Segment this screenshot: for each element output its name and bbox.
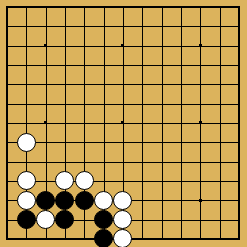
intersection-K12[interactable]: [171, 17, 190, 36]
intersection-M13[interactable]: [210, 0, 229, 17]
intersection-F4[interactable]: [94, 171, 113, 190]
intersection-L11[interactable]: [191, 36, 210, 55]
white-stone: [36, 210, 55, 229]
intersection-E3[interactable]: [75, 191, 94, 210]
star-point: [44, 44, 47, 47]
intersection-D12[interactable]: [55, 17, 74, 36]
intersection-J9[interactable]: [152, 75, 171, 94]
intersection-D8[interactable]: [55, 94, 74, 113]
intersection-A11[interactable]: [0, 36, 17, 55]
intersection-M4[interactable]: [210, 171, 229, 190]
intersection-G9[interactable]: [113, 75, 132, 94]
white-stone: [94, 191, 113, 210]
intersection-K13[interactable]: [171, 0, 190, 17]
intersection-E2[interactable]: [75, 210, 94, 229]
intersection-D13[interactable]: [55, 0, 74, 17]
intersection-L7[interactable]: [191, 113, 210, 132]
intersection-L6[interactable]: [191, 133, 210, 152]
intersection-L3[interactable]: [191, 191, 210, 210]
intersection-J6[interactable]: [152, 133, 171, 152]
intersection-B6[interactable]: [17, 133, 36, 152]
intersection-H11[interactable]: [133, 36, 152, 55]
intersection-B10[interactable]: [17, 55, 36, 74]
intersection-C5[interactable]: [36, 152, 55, 171]
intersection-H9[interactable]: [133, 75, 152, 94]
intersection-J12[interactable]: [152, 17, 171, 36]
black-stone: [17, 210, 36, 229]
intersection-N11[interactable]: [229, 36, 247, 55]
intersection-G4[interactable]: [113, 171, 132, 190]
intersection-E13[interactable]: [75, 0, 94, 17]
intersection-N6[interactable]: [229, 133, 247, 152]
intersection-K4[interactable]: [171, 171, 190, 190]
intersection-F13[interactable]: [94, 0, 113, 17]
intersection-H12[interactable]: [133, 17, 152, 36]
black-stone: [55, 191, 74, 210]
intersection-N9[interactable]: [229, 75, 247, 94]
intersection-A13[interactable]: [0, 0, 17, 17]
intersection-G10[interactable]: [113, 55, 132, 74]
intersection-A7[interactable]: [0, 113, 17, 132]
intersection-M6[interactable]: [210, 133, 229, 152]
intersection-L12[interactable]: [191, 17, 210, 36]
intersection-B7[interactable]: [17, 113, 36, 132]
intersection-M3[interactable]: [210, 191, 229, 210]
intersection-G13[interactable]: [113, 0, 132, 17]
intersection-D9[interactable]: [55, 75, 74, 94]
intersection-F12[interactable]: [94, 17, 113, 36]
intersection-L1[interactable]: [191, 229, 210, 247]
intersection-B11[interactable]: [17, 36, 36, 55]
intersection-G1[interactable]: [113, 229, 132, 247]
intersection-K1[interactable]: [171, 229, 190, 247]
intersection-H4[interactable]: [133, 171, 152, 190]
intersection-A6[interactable]: [0, 133, 17, 152]
intersection-B2[interactable]: [17, 210, 36, 229]
intersection-M11[interactable]: [210, 36, 229, 55]
intersection-L4[interactable]: [191, 171, 210, 190]
intersection-H8[interactable]: [133, 94, 152, 113]
intersection-H6[interactable]: [133, 133, 152, 152]
intersection-A9[interactable]: [0, 75, 17, 94]
intersection-N5[interactable]: [229, 152, 247, 171]
intersection-L9[interactable]: [191, 75, 210, 94]
intersection-B9[interactable]: [17, 75, 36, 94]
intersection-F5[interactable]: [94, 152, 113, 171]
intersection-E5[interactable]: [75, 152, 94, 171]
intersection-L13[interactable]: [191, 0, 210, 17]
intersection-L2[interactable]: [191, 210, 210, 229]
white-stone: [17, 191, 36, 210]
intersection-J11[interactable]: [152, 36, 171, 55]
intersection-H13[interactable]: [133, 0, 152, 17]
intersection-N1[interactable]: [229, 229, 247, 247]
go-board-diagram: [0, 0, 247, 247]
white-stone: [17, 171, 36, 190]
intersection-M10[interactable]: [210, 55, 229, 74]
intersection-C7[interactable]: [36, 113, 55, 132]
intersection-M9[interactable]: [210, 75, 229, 94]
intersection-D10[interactable]: [55, 55, 74, 74]
intersection-C13[interactable]: [36, 0, 55, 17]
white-stone: [55, 171, 74, 190]
intersection-N7[interactable]: [229, 113, 247, 132]
intersection-H2[interactable]: [133, 210, 152, 229]
intersection-C11[interactable]: [36, 36, 55, 55]
intersection-M5[interactable]: [210, 152, 229, 171]
intersection-G8[interactable]: [113, 94, 132, 113]
intersection-E6[interactable]: [75, 133, 94, 152]
intersection-C2[interactable]: [36, 210, 55, 229]
intersection-G6[interactable]: [113, 133, 132, 152]
intersection-F7[interactable]: [94, 113, 113, 132]
intersection-A10[interactable]: [0, 55, 17, 74]
intersection-F3[interactable]: [94, 191, 113, 210]
intersection-E4[interactable]: [75, 171, 94, 190]
black-stone: [55, 210, 74, 229]
intersection-F10[interactable]: [94, 55, 113, 74]
intersection-C12[interactable]: [36, 17, 55, 36]
intersection-K6[interactable]: [171, 133, 190, 152]
intersection-K5[interactable]: [171, 152, 190, 171]
intersection-M12[interactable]: [210, 17, 229, 36]
intersection-F1[interactable]: [94, 229, 113, 247]
intersection-D11[interactable]: [55, 36, 74, 55]
intersection-C3[interactable]: [36, 191, 55, 210]
intersection-M7[interactable]: [210, 113, 229, 132]
intersection-E10[interactable]: [75, 55, 94, 74]
intersection-A12[interactable]: [0, 17, 17, 36]
white-stone: [113, 210, 132, 229]
intersection-J7[interactable]: [152, 113, 171, 132]
intersection-K11[interactable]: [171, 36, 190, 55]
intersection-K7[interactable]: [171, 113, 190, 132]
intersection-A4[interactable]: [0, 171, 17, 190]
intersection-N13[interactable]: [229, 0, 247, 17]
intersection-K8[interactable]: [171, 94, 190, 113]
intersection-D5[interactable]: [55, 152, 74, 171]
intersection-L8[interactable]: [191, 94, 210, 113]
intersection-J13[interactable]: [152, 0, 171, 17]
intersection-J5[interactable]: [152, 152, 171, 171]
white-stone: [17, 133, 36, 152]
intersection-N8[interactable]: [229, 94, 247, 113]
intersection-E1[interactable]: [75, 229, 94, 247]
star-point: [121, 121, 124, 124]
intersection-B13[interactable]: [17, 0, 36, 17]
star-point: [199, 121, 202, 124]
intersection-G5[interactable]: [113, 152, 132, 171]
intersection-D2[interactable]: [55, 210, 74, 229]
intersection-H10[interactable]: [133, 55, 152, 74]
intersection-J3[interactable]: [152, 191, 171, 210]
intersection-N4[interactable]: [229, 171, 247, 190]
intersection-J10[interactable]: [152, 55, 171, 74]
black-stone: [94, 210, 113, 229]
white-stone: [113, 229, 132, 247]
intersection-G11[interactable]: [113, 36, 132, 55]
intersection-K10[interactable]: [171, 55, 190, 74]
intersection-C1[interactable]: [36, 229, 55, 247]
intersection-A5[interactable]: [0, 152, 17, 171]
intersection-L5[interactable]: [191, 152, 210, 171]
star-point: [199, 44, 202, 47]
intersection-F11[interactable]: [94, 36, 113, 55]
intersection-A1[interactable]: [0, 229, 17, 247]
intersection-E9[interactable]: [75, 75, 94, 94]
intersection-B8[interactable]: [17, 94, 36, 113]
intersection-N3[interactable]: [229, 191, 247, 210]
intersection-B12[interactable]: [17, 17, 36, 36]
intersection-J1[interactable]: [152, 229, 171, 247]
intersection-A2[interactable]: [0, 210, 17, 229]
intersection-L10[interactable]: [191, 55, 210, 74]
intersection-M8[interactable]: [210, 94, 229, 113]
intersection-G7[interactable]: [113, 113, 132, 132]
intersection-C4[interactable]: [36, 171, 55, 190]
intersection-N10[interactable]: [229, 55, 247, 74]
intersection-K9[interactable]: [171, 75, 190, 94]
intersection-H5[interactable]: [133, 152, 152, 171]
intersection-B3[interactable]: [17, 191, 36, 210]
intersection-H3[interactable]: [133, 191, 152, 210]
intersection-B1[interactable]: [17, 229, 36, 247]
star-point: [199, 199, 202, 202]
intersection-C9[interactable]: [36, 75, 55, 94]
intersection-F8[interactable]: [94, 94, 113, 113]
intersection-B4[interactable]: [17, 171, 36, 190]
intersection-C10[interactable]: [36, 55, 55, 74]
black-stone: [94, 229, 113, 247]
intersection-C6[interactable]: [36, 133, 55, 152]
white-stone: [113, 191, 132, 210]
black-stone: [75, 191, 94, 210]
intersection-D7[interactable]: [55, 113, 74, 132]
intersection-N12[interactable]: [229, 17, 247, 36]
star-point: [44, 121, 47, 124]
intersection-M1[interactable]: [210, 229, 229, 247]
intersection-H1[interactable]: [133, 229, 152, 247]
goban-grid: [0, 0, 247, 247]
intersection-B5[interactable]: [17, 152, 36, 171]
intersection-G2[interactable]: [113, 210, 132, 229]
star-point: [121, 44, 124, 47]
intersection-M2[interactable]: [210, 210, 229, 229]
intersection-D1[interactable]: [55, 229, 74, 247]
intersection-J2[interactable]: [152, 210, 171, 229]
intersection-D3[interactable]: [55, 191, 74, 210]
intersection-E8[interactable]: [75, 94, 94, 113]
intersection-F9[interactable]: [94, 75, 113, 94]
intersection-D6[interactable]: [55, 133, 74, 152]
black-stone: [36, 191, 55, 210]
intersection-C8[interactable]: [36, 94, 55, 113]
intersection-E7[interactable]: [75, 113, 94, 132]
intersection-J8[interactable]: [152, 94, 171, 113]
intersection-G12[interactable]: [113, 17, 132, 36]
intersection-H7[interactable]: [133, 113, 152, 132]
intersection-E12[interactable]: [75, 17, 94, 36]
intersection-F6[interactable]: [94, 133, 113, 152]
intersection-F2[interactable]: [94, 210, 113, 229]
intersection-J4[interactable]: [152, 171, 171, 190]
intersection-D4[interactable]: [55, 171, 74, 190]
intersection-K3[interactable]: [171, 191, 190, 210]
intersection-G3[interactable]: [113, 191, 132, 210]
intersection-N2[interactable]: [229, 210, 247, 229]
white-stone: [75, 171, 94, 190]
intersection-A3[interactable]: [0, 191, 17, 210]
intersection-A8[interactable]: [0, 94, 17, 113]
intersection-K2[interactable]: [171, 210, 190, 229]
intersection-E11[interactable]: [75, 36, 94, 55]
